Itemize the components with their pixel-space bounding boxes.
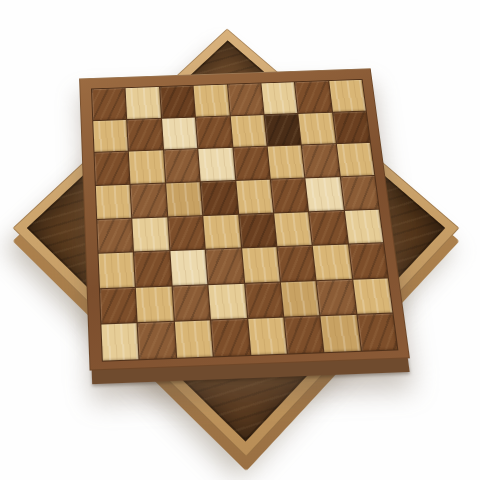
square-r3c1-dark — [95, 152, 130, 185]
square-r4c1-light — [96, 185, 132, 219]
square-r4c2-dark — [131, 183, 167, 217]
square-r7c6-light — [281, 281, 320, 317]
square-r7c1-dark — [100, 288, 137, 324]
square-r2c1-light — [93, 120, 128, 152]
square-r1c1-dark — [92, 88, 127, 120]
square-r1c4-light — [194, 85, 230, 117]
square-r3c8-light — [337, 143, 375, 176]
puzzle-board-box — [79, 68, 410, 370]
square-r5c2-light — [133, 217, 169, 252]
square-r1c6-light — [261, 82, 297, 114]
square-r4c6-dark — [271, 178, 308, 212]
square-r1c7-dark — [295, 81, 331, 113]
square-r2c6-dark — [264, 114, 301, 146]
square-r6c4-dark — [206, 249, 244, 284]
square-r2c8-dark — [333, 111, 370, 143]
square-r8c2-dark — [138, 322, 176, 359]
square-r5c3-dark — [168, 216, 205, 251]
square-r3c5-dark — [233, 147, 270, 180]
square-r5c8-light — [345, 209, 384, 243]
square-r1c2-light — [126, 87, 161, 119]
square-r6c8-dark — [349, 243, 388, 278]
square-r8c3-light — [175, 321, 213, 358]
square-r6c7-light — [313, 245, 352, 280]
square-r5c5-dark — [239, 213, 277, 248]
square-r8c4-dark — [211, 319, 250, 356]
square-r2c5-light — [230, 115, 266, 147]
square-r4c4-dark — [201, 181, 238, 215]
square-r1c3-dark — [160, 86, 195, 118]
square-r3c3-dark — [164, 149, 200, 182]
square-r6c3-light — [170, 250, 207, 285]
checkerboard-grid — [91, 79, 398, 362]
square-r8c1-light — [101, 324, 138, 361]
square-r7c7-dark — [317, 280, 356, 316]
square-r7c5-dark — [245, 282, 283, 318]
square-r6c6-dark — [277, 246, 315, 281]
square-r7c8-light — [353, 278, 393, 314]
square-r7c4-light — [209, 284, 247, 320]
square-r6c5-light — [242, 247, 280, 282]
square-r1c5-dark — [228, 83, 264, 115]
square-r8c6-dark — [284, 317, 323, 354]
square-r8c5-light — [248, 318, 287, 355]
square-r2c4-dark — [196, 116, 232, 148]
square-r5c1-dark — [97, 218, 133, 253]
square-r3c4-light — [198, 148, 234, 181]
square-r7c2-light — [136, 286, 173, 322]
square-r2c2-dark — [128, 118, 163, 150]
product-photo-checkerboard-puzzle — [0, 0, 480, 480]
square-r5c7-dark — [309, 210, 347, 244]
square-r3c6-light — [268, 146, 305, 179]
square-r4c5-light — [236, 180, 273, 214]
square-r7c3-dark — [172, 285, 210, 321]
square-r6c2-dark — [134, 251, 171, 286]
square-r5c6-light — [274, 212, 312, 246]
square-r4c3-light — [166, 182, 202, 216]
square-r8c7-light — [321, 315, 361, 352]
square-r4c7-light — [306, 177, 344, 211]
square-r3c2-light — [129, 151, 165, 184]
square-r2c7-light — [299, 112, 336, 144]
square-r2c3-light — [162, 117, 198, 149]
square-r1c8-light — [329, 80, 366, 112]
square-r5c4-light — [203, 214, 240, 249]
scene — [0, 0, 480, 480]
square-r4c8-dark — [340, 176, 378, 210]
square-r6c1-light — [99, 253, 136, 288]
square-r8c8-dark — [357, 314, 397, 351]
square-r3c7-dark — [302, 144, 339, 177]
